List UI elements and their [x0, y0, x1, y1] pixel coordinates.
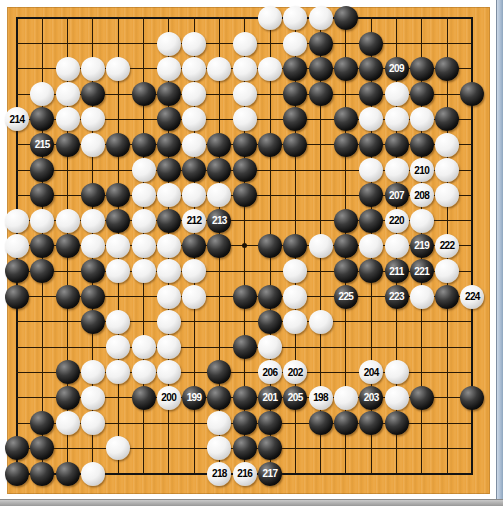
- white-stone[interactable]: [233, 57, 257, 81]
- black-stone[interactable]: [283, 57, 307, 81]
- white-stone[interactable]: [81, 209, 105, 233]
- black-stone[interactable]: 217: [258, 462, 282, 486]
- black-stone[interactable]: [233, 183, 257, 207]
- white-stone[interactable]: [258, 57, 282, 81]
- black-stone[interactable]: [157, 133, 181, 157]
- move-number-label: 213: [212, 215, 227, 226]
- black-stone[interactable]: [56, 462, 80, 486]
- move-number-label: 216: [237, 468, 252, 479]
- white-stone[interactable]: [132, 183, 156, 207]
- black-stone[interactable]: [81, 285, 105, 309]
- white-stone[interactable]: [258, 335, 282, 359]
- black-stone[interactable]: [233, 386, 257, 410]
- white-stone[interactable]: [157, 310, 181, 334]
- window-right-edge: [496, 0, 503, 506]
- black-stone[interactable]: [81, 310, 105, 334]
- white-stone[interactable]: [157, 32, 181, 56]
- black-stone[interactable]: [157, 158, 181, 182]
- black-stone[interactable]: 225: [334, 285, 358, 309]
- black-stone[interactable]: [385, 133, 409, 157]
- move-number-label: 209: [389, 63, 404, 74]
- black-stone[interactable]: [81, 82, 105, 106]
- black-stone[interactable]: [258, 285, 282, 309]
- move-number-label: 201: [263, 392, 278, 403]
- black-stone[interactable]: [233, 436, 257, 460]
- white-stone[interactable]: [182, 285, 206, 309]
- white-stone[interactable]: 218: [207, 462, 231, 486]
- white-stone[interactable]: [385, 386, 409, 410]
- black-stone[interactable]: [132, 386, 156, 410]
- black-stone[interactable]: [334, 209, 358, 233]
- black-stone[interactable]: [30, 462, 54, 486]
- move-number-label: 218: [212, 468, 227, 479]
- black-stone[interactable]: 203: [359, 386, 383, 410]
- black-stone[interactable]: 213: [207, 209, 231, 233]
- white-stone[interactable]: [81, 57, 105, 81]
- black-stone[interactable]: [182, 158, 206, 182]
- white-stone[interactable]: 212: [182, 209, 206, 233]
- move-number-label: 212: [187, 215, 202, 226]
- move-number-label: 204: [364, 367, 379, 378]
- white-stone[interactable]: [385, 107, 409, 131]
- black-stone[interactable]: [309, 32, 333, 56]
- black-stone[interactable]: [5, 462, 29, 486]
- white-stone[interactable]: [182, 133, 206, 157]
- white-stone[interactable]: [359, 158, 383, 182]
- black-stone[interactable]: [233, 411, 257, 435]
- white-stone[interactable]: [106, 234, 130, 258]
- black-stone[interactable]: [334, 6, 358, 30]
- move-number-label: 198: [313, 392, 328, 403]
- move-number-label: 200: [161, 392, 176, 403]
- black-stone[interactable]: 207: [385, 183, 409, 207]
- black-stone[interactable]: [309, 82, 333, 106]
- white-stone[interactable]: [309, 6, 333, 30]
- white-stone[interactable]: [385, 360, 409, 384]
- move-number-label: 224: [465, 291, 480, 302]
- white-stone[interactable]: [309, 234, 333, 258]
- white-stone[interactable]: 208: [410, 183, 434, 207]
- black-stone[interactable]: [258, 310, 282, 334]
- black-stone[interactable]: [460, 386, 484, 410]
- black-stone[interactable]: 219: [410, 234, 434, 258]
- black-stone[interactable]: [233, 335, 257, 359]
- white-stone[interactable]: [385, 234, 409, 258]
- black-stone[interactable]: [359, 209, 383, 233]
- black-stone[interactable]: 205: [283, 386, 307, 410]
- black-stone[interactable]: [106, 133, 130, 157]
- white-stone[interactable]: [435, 158, 459, 182]
- move-number-label: 199: [187, 392, 202, 403]
- black-stone[interactable]: 209: [385, 57, 409, 81]
- move-number-label: 211: [389, 266, 403, 277]
- white-stone[interactable]: [410, 209, 434, 233]
- black-stone[interactable]: [56, 133, 80, 157]
- white-stone[interactable]: [283, 32, 307, 56]
- move-number-label: 206: [263, 367, 278, 378]
- white-stone[interactable]: [5, 209, 29, 233]
- white-stone[interactable]: [258, 6, 282, 30]
- black-stone[interactable]: [233, 133, 257, 157]
- move-number-label: 207: [389, 190, 404, 201]
- white-stone[interactable]: [81, 462, 105, 486]
- white-stone[interactable]: 222: [435, 234, 459, 258]
- black-stone[interactable]: [258, 234, 282, 258]
- black-stone[interactable]: [5, 259, 29, 283]
- white-stone[interactable]: 216: [233, 462, 257, 486]
- move-number-label: 222: [440, 240, 455, 251]
- black-stone[interactable]: [207, 386, 231, 410]
- white-stone[interactable]: [157, 234, 181, 258]
- white-stone[interactable]: [233, 82, 257, 106]
- white-stone[interactable]: [283, 310, 307, 334]
- white-stone[interactable]: [233, 107, 257, 131]
- white-stone[interactable]: [182, 32, 206, 56]
- white-stone[interactable]: [132, 259, 156, 283]
- black-stone[interactable]: [359, 32, 383, 56]
- black-stone[interactable]: 221: [410, 259, 434, 283]
- black-stone[interactable]: 211: [385, 259, 409, 283]
- black-stone[interactable]: [132, 82, 156, 106]
- black-stone[interactable]: [258, 133, 282, 157]
- white-stone[interactable]: [56, 57, 80, 81]
- black-stone[interactable]: [56, 386, 80, 410]
- move-number-label: 205: [288, 392, 303, 403]
- black-stone[interactable]: 223: [385, 285, 409, 309]
- white-stone[interactable]: [182, 57, 206, 81]
- black-stone[interactable]: 199: [182, 386, 206, 410]
- black-stone[interactable]: [334, 411, 358, 435]
- white-stone[interactable]: [56, 209, 80, 233]
- move-number-label: 203: [364, 392, 379, 403]
- white-stone[interactable]: [182, 82, 206, 106]
- white-stone[interactable]: [309, 310, 333, 334]
- black-stone[interactable]: [132, 133, 156, 157]
- white-stone[interactable]: 198: [309, 386, 333, 410]
- white-stone[interactable]: [132, 158, 156, 182]
- white-stone[interactable]: [334, 386, 358, 410]
- white-stone[interactable]: [157, 183, 181, 207]
- black-stone[interactable]: [410, 82, 434, 106]
- move-number-label: 220: [389, 215, 404, 226]
- black-stone[interactable]: [207, 133, 231, 157]
- black-stone[interactable]: [334, 259, 358, 283]
- move-number-label: 208: [414, 190, 429, 201]
- black-stone[interactable]: [410, 133, 434, 157]
- white-stone[interactable]: 200: [157, 386, 181, 410]
- black-stone[interactable]: [157, 209, 181, 233]
- white-stone[interactable]: [132, 234, 156, 258]
- black-stone[interactable]: [359, 411, 383, 435]
- black-stone[interactable]: [81, 259, 105, 283]
- white-stone[interactable]: [233, 32, 257, 56]
- move-number-label: 225: [338, 291, 353, 302]
- move-number-label: 214: [10, 114, 25, 125]
- black-stone[interactable]: [233, 285, 257, 309]
- white-stone[interactable]: [157, 259, 181, 283]
- black-stone[interactable]: [435, 57, 459, 81]
- black-stone[interactable]: [435, 285, 459, 309]
- white-stone[interactable]: [81, 133, 105, 157]
- black-stone[interactable]: [106, 209, 130, 233]
- black-stone[interactable]: [359, 133, 383, 157]
- white-stone[interactable]: [81, 386, 105, 410]
- white-stone[interactable]: [283, 285, 307, 309]
- black-stone[interactable]: 201: [258, 386, 282, 410]
- black-stone[interactable]: [385, 411, 409, 435]
- white-stone[interactable]: [106, 57, 130, 81]
- white-stone[interactable]: [56, 107, 80, 131]
- black-stone[interactable]: [5, 285, 29, 309]
- white-stone[interactable]: 210: [410, 158, 434, 182]
- black-stone[interactable]: [56, 234, 80, 258]
- black-stone[interactable]: [410, 57, 434, 81]
- black-stone[interactable]: [283, 133, 307, 157]
- black-stone[interactable]: [410, 386, 434, 410]
- window-bottom-edge: [0, 499, 503, 506]
- black-stone[interactable]: [233, 158, 257, 182]
- white-stone[interactable]: 220: [385, 209, 409, 233]
- white-stone[interactable]: 224: [460, 285, 484, 309]
- move-number-label: 202: [288, 367, 303, 378]
- move-number-label: 223: [389, 291, 404, 302]
- black-stone[interactable]: [56, 360, 80, 384]
- black-stone[interactable]: [359, 57, 383, 81]
- white-stone[interactable]: [157, 57, 181, 81]
- white-stone[interactable]: [435, 133, 459, 157]
- white-stone[interactable]: [132, 360, 156, 384]
- white-stone[interactable]: [385, 158, 409, 182]
- move-number-label: 215: [35, 139, 50, 150]
- white-stone[interactable]: [81, 234, 105, 258]
- go-board-window: 2092142152102072082122132202192222112212…: [0, 0, 503, 506]
- move-number-label: 221: [414, 266, 429, 277]
- move-number-label: 219: [414, 240, 429, 251]
- white-stone[interactable]: [30, 209, 54, 233]
- white-stone[interactable]: [359, 234, 383, 258]
- black-stone[interactable]: [309, 57, 333, 81]
- white-stone[interactable]: [410, 285, 434, 309]
- black-stone[interactable]: [334, 234, 358, 258]
- white-stone[interactable]: [157, 285, 181, 309]
- white-stone[interactable]: [5, 234, 29, 258]
- white-stone[interactable]: [132, 209, 156, 233]
- black-stone[interactable]: [334, 57, 358, 81]
- black-stone[interactable]: [56, 285, 80, 309]
- black-stone[interactable]: [258, 411, 282, 435]
- white-stone[interactable]: [385, 82, 409, 106]
- white-stone[interactable]: [56, 82, 80, 106]
- move-number-label: 217: [263, 468, 278, 479]
- black-stone[interactable]: 215: [30, 133, 54, 157]
- black-stone[interactable]: [182, 234, 206, 258]
- white-stone[interactable]: [157, 335, 181, 359]
- white-stone[interactable]: [81, 411, 105, 435]
- black-stone[interactable]: [334, 133, 358, 157]
- black-stone[interactable]: [309, 411, 333, 435]
- white-stone[interactable]: [106, 310, 130, 334]
- move-number-label: 210: [414, 165, 429, 176]
- white-stone[interactable]: [56, 411, 80, 435]
- black-stone[interactable]: [157, 82, 181, 106]
- white-stone[interactable]: [132, 335, 156, 359]
